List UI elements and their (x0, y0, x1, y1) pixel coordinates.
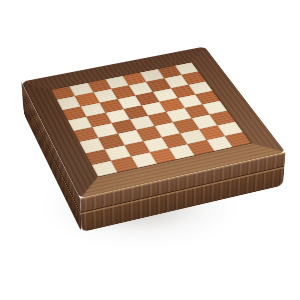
photo-scene (0, 0, 300, 300)
chess-box (23, 62, 285, 215)
